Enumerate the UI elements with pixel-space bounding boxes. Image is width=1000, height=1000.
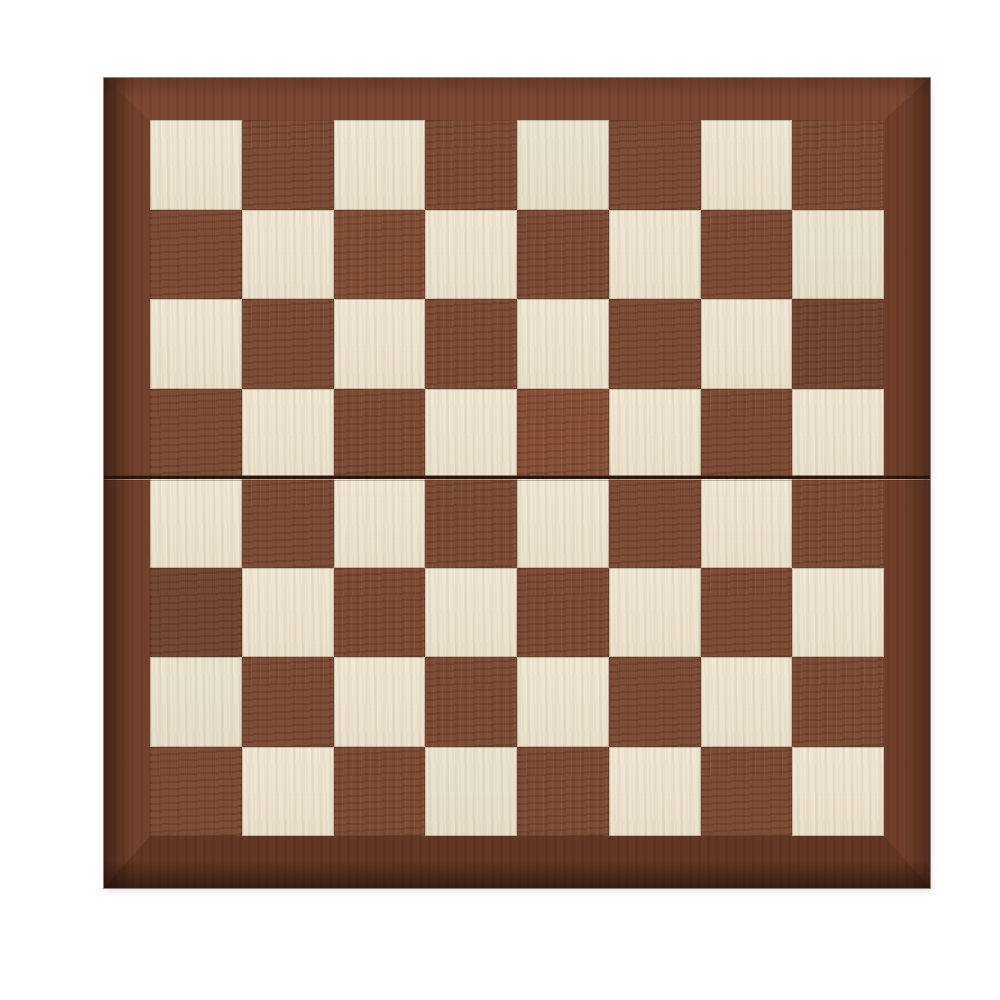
square-d1[interactable] bbox=[425, 747, 517, 837]
square-b7[interactable] bbox=[242, 210, 334, 300]
square-f1[interactable] bbox=[609, 747, 701, 837]
square-c1[interactable] bbox=[334, 747, 426, 837]
square-b1[interactable] bbox=[242, 747, 334, 837]
square-a8[interactable] bbox=[150, 120, 242, 210]
square-g7[interactable] bbox=[701, 210, 793, 300]
square-e4[interactable] bbox=[517, 478, 609, 568]
square-h6[interactable] bbox=[792, 299, 884, 389]
square-b4[interactable] bbox=[242, 478, 334, 568]
square-c5[interactable] bbox=[334, 389, 426, 479]
square-b6[interactable] bbox=[242, 299, 334, 389]
square-g4[interactable] bbox=[701, 478, 793, 568]
square-h5[interactable] bbox=[792, 389, 884, 479]
square-h3[interactable] bbox=[792, 568, 884, 658]
square-d8[interactable] bbox=[425, 120, 517, 210]
square-f3[interactable] bbox=[609, 568, 701, 658]
square-a2[interactable] bbox=[150, 657, 242, 747]
square-a1[interactable] bbox=[150, 747, 242, 837]
square-c6[interactable] bbox=[334, 299, 426, 389]
square-b2[interactable] bbox=[242, 657, 334, 747]
square-c3[interactable] bbox=[334, 568, 426, 658]
chess-board bbox=[104, 78, 930, 888]
square-e7[interactable] bbox=[517, 210, 609, 300]
board-squares bbox=[150, 120, 884, 836]
square-e6[interactable] bbox=[517, 299, 609, 389]
square-a4[interactable] bbox=[150, 478, 242, 568]
square-b3[interactable] bbox=[242, 568, 334, 658]
square-e1[interactable] bbox=[517, 747, 609, 837]
square-d2[interactable] bbox=[425, 657, 517, 747]
square-h1[interactable] bbox=[792, 747, 884, 837]
square-e5[interactable] bbox=[517, 389, 609, 479]
square-d3[interactable] bbox=[425, 568, 517, 658]
square-f4[interactable] bbox=[609, 478, 701, 568]
square-d4[interactable] bbox=[425, 478, 517, 568]
square-g6[interactable] bbox=[701, 299, 793, 389]
square-d7[interactable] bbox=[425, 210, 517, 300]
square-g8[interactable] bbox=[701, 120, 793, 210]
square-b5[interactable] bbox=[242, 389, 334, 479]
photo-background bbox=[0, 0, 1000, 1000]
square-f5[interactable] bbox=[609, 389, 701, 479]
square-h2[interactable] bbox=[792, 657, 884, 747]
square-g5[interactable] bbox=[701, 389, 793, 479]
square-f2[interactable] bbox=[609, 657, 701, 747]
square-f6[interactable] bbox=[609, 299, 701, 389]
square-e3[interactable] bbox=[517, 568, 609, 658]
square-c4[interactable] bbox=[334, 478, 426, 568]
square-d6[interactable] bbox=[425, 299, 517, 389]
square-f8[interactable] bbox=[609, 120, 701, 210]
square-h4[interactable] bbox=[792, 478, 884, 568]
square-b8[interactable] bbox=[242, 120, 334, 210]
square-a3[interactable] bbox=[150, 568, 242, 658]
square-c7[interactable] bbox=[334, 210, 426, 300]
square-a6[interactable] bbox=[150, 299, 242, 389]
square-f7[interactable] bbox=[609, 210, 701, 300]
square-a7[interactable] bbox=[150, 210, 242, 300]
square-e2[interactable] bbox=[517, 657, 609, 747]
square-e8[interactable] bbox=[517, 120, 609, 210]
square-g3[interactable] bbox=[701, 568, 793, 658]
square-h8[interactable] bbox=[792, 120, 884, 210]
square-g1[interactable] bbox=[701, 747, 793, 837]
square-a5[interactable] bbox=[150, 389, 242, 479]
square-h7[interactable] bbox=[792, 210, 884, 300]
square-g2[interactable] bbox=[701, 657, 793, 747]
square-c8[interactable] bbox=[334, 120, 426, 210]
square-c2[interactable] bbox=[334, 657, 426, 747]
square-d5[interactable] bbox=[425, 389, 517, 479]
